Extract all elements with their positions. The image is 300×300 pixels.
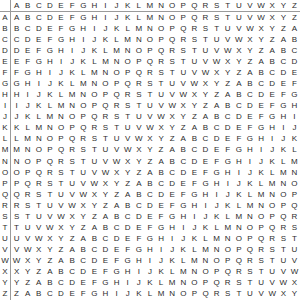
grid-cell: N (222, 234, 233, 245)
grid-cell: R (244, 256, 255, 267)
grid-cell: W (111, 156, 122, 167)
grid-cell: B (144, 178, 155, 189)
grid-cell: X (156, 123, 167, 134)
col-header-cell: O (167, 0, 178, 12)
grid-cell: O (55, 123, 66, 134)
grid-cell: X (100, 178, 111, 189)
grid-cell: F (178, 189, 189, 200)
grid-cell: E (67, 289, 78, 300)
grid-cell: U (211, 34, 222, 45)
grid-cell: C (233, 101, 244, 112)
grid-cell: B (156, 167, 167, 178)
grid-cell: R (133, 78, 144, 89)
grid-cell: E (11, 56, 22, 67)
grid-cell: D (11, 45, 22, 56)
grid-cell: P (278, 200, 289, 211)
grid-cell: Z (222, 78, 233, 89)
grid-cell: D (256, 90, 267, 101)
grid-cell: G (100, 278, 111, 289)
grid-cell: D (33, 23, 44, 34)
grid-cell: E (44, 23, 55, 34)
row-header-cell: H (0, 90, 11, 101)
grid-cell: X (289, 278, 300, 289)
grid-cell: S (233, 278, 244, 289)
grid-cell: I (122, 278, 133, 289)
grid-cell: Q (11, 189, 22, 200)
col-header-cell: D (44, 0, 55, 12)
grid-cell: R (44, 167, 55, 178)
grid-cell: B (111, 211, 122, 222)
grid-cell: Z (67, 234, 78, 245)
grid-cell: M (156, 289, 167, 300)
grid-cell: F (55, 23, 66, 34)
grid-cell: T (289, 234, 300, 245)
grid-cell: L (55, 90, 66, 101)
grid-cell: Q (33, 167, 44, 178)
grid-cell: T (44, 189, 55, 200)
grid-cell: B (267, 56, 278, 67)
grid-cell: B (33, 289, 44, 300)
grid-cell: U (233, 12, 244, 23)
grid-cell: F (89, 278, 100, 289)
grid-cell: I (44, 67, 55, 78)
grid-cell: U (167, 78, 178, 89)
grid-cell: L (111, 34, 122, 45)
grid-cell: T (200, 34, 211, 45)
grid-cell: F (289, 78, 300, 89)
col-header-cell: B (22, 0, 33, 12)
grid-cell: I (200, 200, 211, 211)
grid-cell: D (100, 245, 111, 256)
grid-cell: G (111, 267, 122, 278)
grid-cell: B (55, 267, 66, 278)
grid-cell: O (289, 178, 300, 189)
grid-cell: I (222, 178, 233, 189)
grid-cell: U (289, 245, 300, 256)
grid-cell: M (133, 23, 144, 34)
grid-cell: C (222, 112, 233, 123)
grid-cell: G (233, 145, 244, 156)
grid-cell: V (211, 45, 222, 56)
grid-cell: E (222, 134, 233, 145)
col-header-cell: Z (289, 0, 300, 12)
grid-cell: B (200, 123, 211, 134)
grid-cell: X (200, 78, 211, 89)
grid-cell: W (100, 167, 111, 178)
row-header-cell: W (0, 256, 11, 267)
grid-cell: M (55, 101, 66, 112)
grid-cell: U (156, 90, 167, 101)
grid-cell: D (144, 200, 155, 211)
grid-cell: V (156, 101, 167, 112)
grid-cell: C (156, 178, 167, 189)
grid-cell: I (178, 222, 189, 233)
grid-cell: R (122, 90, 133, 101)
grid-cell: R (89, 123, 100, 134)
grid-cell: O (22, 156, 33, 167)
grid-cell: E (167, 189, 178, 200)
grid-cell: I (33, 78, 44, 89)
grid-cell: J (167, 245, 178, 256)
grid-cell: F (22, 56, 33, 67)
row-header-cell: X (0, 267, 11, 278)
grid-cell: V (167, 90, 178, 101)
grid-cell: Y (100, 189, 111, 200)
grid-cell: Y (156, 134, 167, 145)
grid-cell: N (33, 134, 44, 145)
grid-cell: X (211, 67, 222, 78)
grid-cell: Y (22, 267, 33, 278)
grid-cell: N (133, 34, 144, 45)
grid-cell: K (33, 101, 44, 112)
grid-cell: Q (100, 101, 111, 112)
grid-cell: T (156, 78, 167, 89)
grid-cell: U (267, 267, 278, 278)
grid-cell: N (89, 78, 100, 89)
grid-cell: P (289, 189, 300, 200)
grid-cell: L (244, 189, 255, 200)
grid-cell: X (78, 200, 89, 211)
grid-cell: P (11, 178, 22, 189)
grid-cell: K (211, 211, 222, 222)
grid-cell: V (189, 67, 200, 78)
row-header-cell: G (0, 78, 11, 89)
grid-cell: H (200, 189, 211, 200)
row-header-cell: P (0, 178, 11, 189)
grid-cell: F (122, 245, 133, 256)
grid-cell: Z (133, 167, 144, 178)
grid-cell: T (178, 56, 189, 67)
grid-cell: G (267, 112, 278, 123)
grid-cell: D (22, 34, 33, 45)
grid-cell: A (222, 90, 233, 101)
grid-cell: K (167, 256, 178, 267)
grid-cell: S (167, 56, 178, 67)
grid-cell: P (100, 90, 111, 101)
grid-cell: V (122, 134, 133, 145)
grid-cell: I (78, 34, 89, 45)
grid-cell: Y (167, 123, 178, 134)
grid-cell: N (167, 289, 178, 300)
grid-cell: E (200, 156, 211, 167)
grid-cell: E (122, 234, 133, 245)
grid-cell: W (200, 67, 211, 78)
grid-cell: Q (67, 134, 78, 145)
grid-cell: P (189, 289, 200, 300)
grid-cell: B (289, 34, 300, 45)
grid-cell: E (89, 267, 100, 278)
grid-cell: U (189, 56, 200, 67)
grid-cell: W (55, 211, 66, 222)
col-header-cell: X (267, 0, 278, 12)
grid-cell: Z (178, 123, 189, 134)
col-header-cell: P (178, 0, 189, 12)
grid-cell: A (67, 245, 78, 256)
grid-cell: Q (111, 90, 122, 101)
grid-cell: K (256, 167, 267, 178)
grid-cell: I (144, 256, 155, 267)
grid-cell: Z (167, 134, 178, 145)
grid-cell: F (189, 178, 200, 189)
grid-cell: H (233, 156, 244, 167)
grid-cell: W (256, 12, 267, 23)
grid-cell: Y (289, 289, 300, 300)
grid-cell: R (289, 211, 300, 222)
grid-cell: G (33, 56, 44, 67)
grid-cell: Z (89, 211, 100, 222)
grid-cell: V (244, 12, 255, 23)
grid-cell: W (78, 189, 89, 200)
grid-cell: F (33, 45, 44, 56)
grid-cell: B (233, 90, 244, 101)
grid-cell: J (78, 45, 89, 56)
grid-cell: I (133, 267, 144, 278)
grid-cell: D (156, 189, 167, 200)
grid-cell: F (233, 134, 244, 145)
grid-cell: A (233, 78, 244, 89)
grid-cell: X (267, 12, 278, 23)
grid-cell: E (100, 256, 111, 267)
grid-cell: T (111, 123, 122, 134)
grid-cell: K (278, 145, 289, 156)
col-header-cell: K (122, 0, 133, 12)
grid-cell: D (189, 156, 200, 167)
grid-cell: U (44, 200, 55, 211)
grid-cell: C (67, 267, 78, 278)
grid-cell: V (33, 222, 44, 233)
grid-cell: Q (200, 289, 211, 300)
grid-cell: S (144, 78, 155, 89)
grid-cell: A (156, 156, 167, 167)
grid-cell: X (55, 222, 66, 233)
grid-cell: M (178, 267, 189, 278)
grid-cell: W (244, 23, 255, 34)
grid-cell: O (67, 112, 78, 123)
grid-cell: R (144, 67, 155, 78)
grid-cell: J (11, 112, 22, 123)
grid-cell: S (244, 267, 255, 278)
grid-cell: B (22, 12, 33, 23)
grid-cell: S (33, 189, 44, 200)
grid-cell: F (11, 67, 22, 78)
grid-cell: L (33, 112, 44, 123)
grid-cell: E (189, 167, 200, 178)
col-header-cell: N (156, 0, 167, 12)
grid-cell: G (200, 178, 211, 189)
grid-cell: W (22, 245, 33, 256)
grid-cell: Z (233, 67, 244, 78)
grid-cell: A (33, 278, 44, 289)
grid-cell: R (222, 278, 233, 289)
grid-cell: U (100, 145, 111, 156)
grid-cell: L (67, 78, 78, 89)
grid-cell: I (233, 167, 244, 178)
grid-cell: F (278, 90, 289, 101)
grid-cell: F (111, 256, 122, 267)
grid-cell: D (133, 211, 144, 222)
grid-cell: N (122, 45, 133, 56)
grid-cell: W (133, 134, 144, 145)
grid-cell: E (256, 101, 267, 112)
grid-cell: Y (267, 23, 278, 34)
grid-cell: P (33, 156, 44, 167)
grid-cell: S (11, 211, 22, 222)
grid-cell: U (111, 134, 122, 145)
grid-cell: X (144, 134, 155, 145)
grid-cell: J (133, 278, 144, 289)
grid-cell: I (289, 112, 300, 123)
grid-cell: X (11, 267, 22, 278)
grid-cell: H (278, 112, 289, 123)
grid-cell: A (211, 101, 222, 112)
grid-cell: D (289, 56, 300, 67)
grid-cell: D (233, 112, 244, 123)
grid-cell: S (211, 12, 222, 23)
grid-cell: C (55, 278, 66, 289)
grid-cell: W (67, 200, 78, 211)
grid-cell: J (244, 167, 255, 178)
grid-cell: B (211, 112, 222, 123)
grid-cell: K (200, 222, 211, 233)
grid-cell: Q (289, 200, 300, 211)
grid-cell: Q (167, 34, 178, 45)
grid-cell: K (22, 112, 33, 123)
grid-cell: N (144, 23, 155, 34)
grid-cell: J (289, 123, 300, 134)
grid-cell: U (244, 289, 255, 300)
grid-cell: B (222, 101, 233, 112)
row-header-cell: E (0, 56, 11, 67)
grid-cell: I (244, 156, 255, 167)
grid-cell: W (122, 145, 133, 156)
grid-cell: E (278, 78, 289, 89)
grid-cell: H (22, 78, 33, 89)
grid-cell: K (133, 289, 144, 300)
grid-cell: I (167, 234, 178, 245)
grid-cell: H (222, 167, 233, 178)
grid-cell: U (67, 178, 78, 189)
grid-cell: G (211, 167, 222, 178)
grid-cell: S (55, 167, 66, 178)
grid-cell: X (89, 189, 100, 200)
grid-cell: C (167, 167, 178, 178)
grid-cell: A (78, 234, 89, 245)
grid-cell: G (55, 34, 66, 45)
grid-cell: H (100, 289, 111, 300)
row-header-cell: F (0, 67, 11, 78)
grid-cell: T (144, 90, 155, 101)
grid-cell: K (111, 23, 122, 34)
grid-cell: I (67, 45, 78, 56)
grid-cell: N (233, 222, 244, 233)
grid-cell: K (78, 56, 89, 67)
grid-cell: N (44, 123, 55, 134)
grid-cell: Y (55, 234, 66, 245)
grid-cell: C (33, 12, 44, 23)
grid-cell: J (278, 134, 289, 145)
grid-cell: T (167, 67, 178, 78)
grid-cell: K (156, 267, 167, 278)
grid-cell: M (189, 256, 200, 267)
grid-cell: Q (89, 112, 100, 123)
grid-cell: G (144, 234, 155, 245)
grid-cell: Z (267, 34, 278, 45)
grid-cell: P (178, 12, 189, 23)
grid-cell: F (222, 145, 233, 156)
grid-cell: Y (133, 156, 144, 167)
grid-cell: E (244, 112, 255, 123)
col-header-cell: V (244, 0, 255, 12)
row-header-cell: N (0, 156, 11, 167)
grid-cell: K (44, 90, 55, 101)
grid-cell: L (22, 123, 33, 134)
grid-cell: C (44, 289, 55, 300)
grid-cell: V (89, 167, 100, 178)
grid-cell: I (156, 245, 167, 256)
grid-cell: B (178, 145, 189, 156)
grid-cell: O (33, 145, 44, 156)
grid-cell: U (200, 45, 211, 56)
grid-cell: X (256, 23, 267, 34)
grid-cell: Y (211, 78, 222, 89)
grid-cell: E (178, 178, 189, 189)
grid-cell: B (256, 67, 267, 78)
grid-cell: B (44, 278, 55, 289)
grid-cell: V (144, 112, 155, 123)
grid-cell: W (11, 256, 22, 267)
grid-cell: I (211, 189, 222, 200)
row-header-cell: Z (0, 289, 11, 300)
grid-cell: N (11, 156, 22, 167)
grid-cell: K (67, 67, 78, 78)
grid-cell: Q (55, 145, 66, 156)
grid-cell: D (167, 178, 178, 189)
grid-cell: R (211, 289, 222, 300)
grid-cell: D (122, 222, 133, 233)
grid-cell: V (289, 256, 300, 267)
grid-cell: W (178, 90, 189, 101)
grid-cell: C (111, 222, 122, 233)
grid-cell: E (233, 123, 244, 134)
grid-cell: C (244, 90, 255, 101)
grid-cell: W (211, 56, 222, 67)
grid-cell: I (89, 23, 100, 34)
grid-cell: Y (189, 101, 200, 112)
grid-cell: A (11, 12, 22, 23)
grid-cell: S (156, 67, 167, 78)
grid-cell: H (133, 256, 144, 267)
grid-cell: D (44, 12, 55, 23)
grid-cell: M (78, 78, 89, 89)
grid-cell: Q (78, 123, 89, 134)
col-header-cell: T (222, 0, 233, 12)
row-header-cell: T (0, 222, 11, 233)
row-header-cell: U (0, 234, 11, 245)
grid-cell: Z (100, 200, 111, 211)
grid-cell: U (33, 211, 44, 222)
grid-cell: G (189, 189, 200, 200)
grid-cell: O (222, 245, 233, 256)
grid-cell: J (233, 178, 244, 189)
grid-cell: V (111, 145, 122, 156)
grid-cell: S (122, 101, 133, 112)
grid-cell: V (100, 156, 111, 167)
grid-cell: Q (133, 67, 144, 78)
grid-cell: P (222, 256, 233, 267)
grid-cell: P (233, 245, 244, 256)
grid-cell: G (78, 12, 89, 23)
grid-cell: L (256, 178, 267, 189)
